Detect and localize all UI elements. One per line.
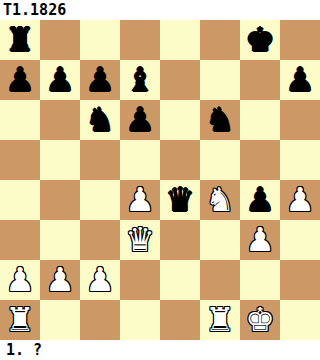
move-prompt-label: 1. ? bbox=[6, 341, 42, 359]
square-g7[interactable] bbox=[240, 60, 280, 100]
square-h1[interactable] bbox=[280, 300, 320, 340]
square-d4[interactable]: ♟ bbox=[120, 180, 160, 220]
piece-white-knight[interactable]: ♞ bbox=[205, 180, 235, 220]
piece-white-rook[interactable]: ♜ bbox=[205, 300, 235, 340]
square-g6[interactable] bbox=[240, 100, 280, 140]
square-d8[interactable] bbox=[120, 20, 160, 60]
square-c2[interactable]: ♟ bbox=[80, 260, 120, 300]
square-b3[interactable] bbox=[40, 220, 80, 260]
square-f6[interactable]: ♞ bbox=[200, 100, 240, 140]
square-e3[interactable] bbox=[160, 220, 200, 260]
square-e8[interactable] bbox=[160, 20, 200, 60]
square-f2[interactable] bbox=[200, 260, 240, 300]
piece-white-pawn[interactable]: ♟ bbox=[5, 260, 35, 300]
square-a8[interactable]: ♜ bbox=[0, 20, 40, 60]
square-f8[interactable] bbox=[200, 20, 240, 60]
square-d1[interactable] bbox=[120, 300, 160, 340]
square-g2[interactable] bbox=[240, 260, 280, 300]
square-e1[interactable] bbox=[160, 300, 200, 340]
square-h6[interactable] bbox=[280, 100, 320, 140]
piece-black-knight[interactable]: ♞ bbox=[205, 100, 235, 140]
piece-black-knight[interactable]: ♞ bbox=[85, 100, 115, 140]
piece-black-queen[interactable]: ♛ bbox=[165, 180, 195, 220]
square-b7[interactable]: ♟ bbox=[40, 60, 80, 100]
square-f7[interactable] bbox=[200, 60, 240, 100]
square-h3[interactable] bbox=[280, 220, 320, 260]
chess-board[interactable]: ♜♚♟♟♟♝♟♞♟♞♟♛♞♟♟♛♟♟♟♟♜♜♚ bbox=[0, 20, 320, 340]
piece-white-queen[interactable]: ♛ bbox=[125, 220, 155, 260]
piece-black-pawn[interactable]: ♟ bbox=[5, 60, 35, 100]
square-e6[interactable] bbox=[160, 100, 200, 140]
square-d2[interactable] bbox=[120, 260, 160, 300]
square-d3[interactable]: ♛ bbox=[120, 220, 160, 260]
square-g1[interactable]: ♚ bbox=[240, 300, 280, 340]
square-c1[interactable] bbox=[80, 300, 120, 340]
square-h2[interactable] bbox=[280, 260, 320, 300]
piece-black-pawn[interactable]: ♟ bbox=[285, 60, 315, 100]
square-e4[interactable]: ♛ bbox=[160, 180, 200, 220]
square-d6[interactable]: ♟ bbox=[120, 100, 160, 140]
square-c8[interactable] bbox=[80, 20, 120, 60]
square-d7[interactable]: ♝ bbox=[120, 60, 160, 100]
square-e7[interactable] bbox=[160, 60, 200, 100]
piece-black-rook[interactable]: ♜ bbox=[5, 20, 35, 60]
piece-black-pawn[interactable]: ♟ bbox=[125, 100, 155, 140]
square-b1[interactable] bbox=[40, 300, 80, 340]
square-h4[interactable]: ♟ bbox=[280, 180, 320, 220]
square-c5[interactable] bbox=[80, 140, 120, 180]
square-a5[interactable] bbox=[0, 140, 40, 180]
square-e5[interactable] bbox=[160, 140, 200, 180]
footer-bar: 1. ? bbox=[0, 340, 320, 360]
piece-black-pawn[interactable]: ♟ bbox=[45, 60, 75, 100]
square-a6[interactable] bbox=[0, 100, 40, 140]
square-f5[interactable] bbox=[200, 140, 240, 180]
square-g3[interactable]: ♟ bbox=[240, 220, 280, 260]
square-f1[interactable]: ♜ bbox=[200, 300, 240, 340]
square-g8[interactable]: ♚ bbox=[240, 20, 280, 60]
piece-white-pawn[interactable]: ♟ bbox=[45, 260, 75, 300]
square-a3[interactable] bbox=[0, 220, 40, 260]
square-d5[interactable] bbox=[120, 140, 160, 180]
piece-white-pawn[interactable]: ♟ bbox=[245, 220, 275, 260]
square-c4[interactable] bbox=[80, 180, 120, 220]
piece-white-pawn[interactable]: ♟ bbox=[125, 180, 155, 220]
square-b2[interactable]: ♟ bbox=[40, 260, 80, 300]
square-b8[interactable] bbox=[40, 20, 80, 60]
square-b5[interactable] bbox=[40, 140, 80, 180]
square-c3[interactable] bbox=[80, 220, 120, 260]
square-c7[interactable]: ♟ bbox=[80, 60, 120, 100]
piece-black-king[interactable]: ♚ bbox=[245, 20, 275, 60]
square-h5[interactable] bbox=[280, 140, 320, 180]
piece-black-pawn[interactable]: ♟ bbox=[245, 180, 275, 220]
square-a7[interactable]: ♟ bbox=[0, 60, 40, 100]
square-h7[interactable]: ♟ bbox=[280, 60, 320, 100]
square-f3[interactable] bbox=[200, 220, 240, 260]
piece-white-pawn[interactable]: ♟ bbox=[285, 180, 315, 220]
square-a1[interactable]: ♜ bbox=[0, 300, 40, 340]
piece-black-bishop[interactable]: ♝ bbox=[125, 60, 155, 100]
piece-white-pawn[interactable]: ♟ bbox=[85, 260, 115, 300]
header-bar: T1.1826 bbox=[0, 0, 320, 20]
square-g5[interactable] bbox=[240, 140, 280, 180]
square-c6[interactable]: ♞ bbox=[80, 100, 120, 140]
square-e2[interactable] bbox=[160, 260, 200, 300]
piece-black-pawn[interactable]: ♟ bbox=[85, 60, 115, 100]
square-f4[interactable]: ♞ bbox=[200, 180, 240, 220]
square-a4[interactable] bbox=[0, 180, 40, 220]
square-h8[interactable] bbox=[280, 20, 320, 60]
puzzle-id-label: T1.1826 bbox=[3, 1, 66, 19]
square-b6[interactable] bbox=[40, 100, 80, 140]
square-g4[interactable]: ♟ bbox=[240, 180, 280, 220]
piece-white-rook[interactable]: ♜ bbox=[5, 300, 35, 340]
square-a2[interactable]: ♟ bbox=[0, 260, 40, 300]
square-b4[interactable] bbox=[40, 180, 80, 220]
piece-white-king[interactable]: ♚ bbox=[245, 300, 275, 340]
